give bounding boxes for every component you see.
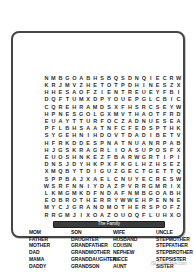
grid-cell-r10c12: T	[119, 140, 126, 147]
grid-cell-r9c16: I	[147, 133, 154, 140]
word-item-daughter: DAUGHTER	[71, 237, 113, 242]
grid-cell-r14c6: T	[78, 169, 85, 176]
grid-cell-r14c3: Q	[57, 169, 64, 176]
grid-cell-r10c6: D	[78, 140, 85, 147]
grid-cell-r19c8: N	[92, 205, 99, 212]
grid-cell-r15c16: C	[147, 176, 154, 183]
letter-grid: NMBGOABHSBQSDNQIECRWKRJMVZHETOTPDHINESZX…	[43, 75, 182, 219]
word-item-stepbrother: STEPBROTHER	[156, 250, 191, 255]
watermark-text: iSLCollective.com	[151, 262, 187, 267]
word-item-cousin: COUSIN	[113, 243, 156, 248]
grid-cell-r5c11: X	[112, 104, 119, 111]
grid-cell-r5c13: H	[126, 104, 133, 111]
grid-cell-r5c1: C	[43, 104, 50, 111]
grid-cell-r4c6: M	[78, 97, 85, 104]
grid-cell-r10c2: F	[50, 140, 57, 147]
grid-cell-r19c14: E	[133, 205, 140, 212]
grid-cell-r4c11: O	[112, 97, 119, 104]
grid-cell-r14c5: Y	[71, 169, 78, 176]
title-bar: The Family	[53, 221, 165, 228]
grid-cell-r9c14: A	[133, 133, 140, 140]
grid-cell-r15c19: S	[168, 176, 175, 183]
grid-cell-r10c4: K	[64, 140, 71, 147]
grid-cell-r15c4: B	[64, 176, 71, 183]
word-item-aunt: AUNT	[113, 264, 156, 269]
grid-cell-r4c17: C	[154, 97, 161, 104]
grid-cell-r15c8: A	[92, 176, 99, 183]
grid-cell-r19c1: M	[43, 205, 50, 212]
word-item-grandson: GRANDSON	[71, 264, 113, 269]
grid-cell-r10c17: R	[154, 140, 161, 147]
grid-cell-r9c13: D	[126, 133, 133, 140]
grid-cell-r4c7: X	[85, 97, 92, 104]
grid-cell-r9c5: H	[71, 133, 78, 140]
word-item-granddaughter: GRANDDAUGHTER	[71, 257, 113, 262]
grid-cell-r20c10: Z	[106, 212, 113, 219]
grid-cell-r20c17: U	[154, 212, 161, 219]
grid-cell-r15c11: C	[112, 176, 119, 183]
word-item-dad: DAD	[29, 250, 71, 255]
grid-cell-r9c1: S	[43, 133, 50, 140]
grid-cell-r5c7: A	[85, 104, 92, 111]
grid-cell-r10c8: S	[92, 140, 99, 147]
grid-cell-r19c15: R	[140, 205, 147, 212]
grid-cell-r10c5: D	[71, 140, 78, 147]
grid-cell-r20c20: O	[175, 212, 182, 219]
grid-cell-r20c12: U	[119, 212, 126, 219]
grid-cell-r19c4: J	[64, 205, 71, 212]
word-item-grandmother: GRANDMOTHER	[71, 250, 113, 255]
grid-cell-r9c11: V	[112, 133, 119, 140]
grid-cell-r5c17: S	[154, 104, 161, 111]
grid-cell-r14c2: M	[50, 169, 57, 176]
grid-cell-r15c2: P	[50, 176, 57, 183]
grid-cell-r10c9: P	[99, 140, 106, 147]
grid-cell-r5c14: S	[133, 104, 140, 111]
grid-cell-r20c18: H	[161, 212, 168, 219]
grid-cell-r14c7: D	[85, 169, 92, 176]
grid-cell-r5c12: F	[119, 104, 126, 111]
grid-cell-r10c11: A	[112, 140, 119, 147]
grid-cell-r15c3: P	[57, 176, 64, 183]
grid-cell-r20c6: I	[78, 212, 85, 219]
grid-cell-r9c6: N	[78, 133, 85, 140]
grid-cell-r4c10: Y	[106, 97, 113, 104]
grid-cell-r14c1: X	[43, 169, 50, 176]
grid-cell-r4c12: U	[119, 97, 126, 104]
word-item-uncle: UNCLE	[156, 230, 191, 235]
word-item-niece: NIECE	[113, 257, 156, 262]
grid-cell-r20c4: M	[64, 212, 71, 219]
grid-cell-r5c5: H	[71, 104, 78, 111]
puzzle-title: The Family	[98, 222, 120, 227]
grid-cell-r4c2: Q	[50, 97, 57, 104]
grid-cell-r10c14: U	[133, 140, 140, 147]
grid-cell-r9c3: G	[57, 133, 64, 140]
grid-cell-r4c1: D	[43, 97, 50, 104]
grid-cell-r20c3: G	[57, 212, 64, 219]
word-item-grandfather: GRANDFATHER	[71, 243, 113, 248]
grid-cell-r14c15: T	[140, 169, 147, 176]
grid-cell-r19c3: C	[57, 205, 64, 212]
grid-cell-r15c6: J	[78, 176, 85, 183]
word-item-mom: MOM	[29, 230, 71, 235]
grid-cell-r5c16: C	[147, 104, 154, 111]
grid-cell-r14c11: Z	[112, 169, 119, 176]
grid-cell-r19c2: Y	[50, 205, 57, 212]
grid-cell-r15c13: U	[126, 176, 133, 183]
grid-cell-r15c7: X	[85, 176, 92, 183]
grid-cell-r10c13: N	[126, 140, 133, 147]
grid-cell-r14c16: G	[147, 169, 154, 176]
grid-cell-r9c4: E	[64, 133, 71, 140]
grid-cell-r14c4: B	[64, 169, 71, 176]
grid-cell-r15c14: Y	[133, 176, 140, 183]
grid-cell-r19c10: M	[106, 205, 113, 212]
grid-cell-r20c5: J	[71, 212, 78, 219]
grid-cell-r4c16: L	[147, 97, 154, 104]
grid-cell-r14c9: G	[99, 169, 106, 176]
grid-cell-r15c15: E	[140, 176, 147, 183]
grid-cell-r20c16: L	[147, 212, 154, 219]
grid-cell-r15c17: R	[154, 176, 161, 183]
grid-cell-r19c17: P	[154, 205, 161, 212]
grid-cell-r19c20: Z	[175, 205, 182, 212]
grid-cell-r10c15: A	[140, 140, 147, 147]
grid-cell-r10c19: A	[168, 140, 175, 147]
grid-cell-r5c15: R	[140, 104, 147, 111]
grid-cell-r14c19: T	[168, 169, 175, 176]
grid-cell-r14c10: U	[106, 169, 113, 176]
grid-cell-r5c3: R	[57, 104, 64, 111]
grid-cell-r9c15: D	[140, 133, 147, 140]
grid-cell-r5c6: R	[78, 104, 85, 111]
grid-cell-r10c7: E	[85, 140, 92, 147]
grid-cell-r5c2: Q	[50, 104, 57, 111]
word-item-daddy: DADDY	[29, 264, 71, 269]
grid-cell-r4c9: P	[99, 97, 106, 104]
word-item-wife: WIFE	[113, 230, 156, 235]
grid-cell-r4c15: G	[140, 97, 147, 104]
worksheet-page: { "game": "word-search", "puzzle": { "ti…	[0, 0, 194, 274]
grid-cell-r14c8: I	[92, 169, 99, 176]
grid-cell-r20c2: R	[50, 212, 57, 219]
grid-cell-r20c9: A	[99, 212, 106, 219]
grid-cell-r4c13: E	[126, 97, 133, 104]
puzzle-box: NMBGOABHSBQSDNQIECRWKRJMVZHETOTPDHINESZX…	[11, 31, 185, 238]
grid-cell-r10c16: N	[147, 140, 154, 147]
grid-cell-r10c1: H	[43, 140, 50, 147]
grid-cell-r14c18: T	[161, 169, 168, 176]
grid-cell-r15c10: L	[106, 176, 113, 183]
word-item-nephew: NEPHEW	[113, 250, 156, 255]
grid-cell-r4c3: F	[57, 97, 64, 104]
grid-cell-r4c20: C	[175, 97, 182, 104]
grid-cell-r19c16: S	[147, 205, 154, 212]
grid-cell-r19c12: T	[119, 205, 126, 212]
grid-cell-r5c8: M	[92, 104, 99, 111]
grid-cell-r4c4: T	[64, 97, 71, 104]
grid-cell-r5c20: W	[175, 104, 182, 111]
grid-cell-r4c19: I	[168, 97, 175, 104]
grid-cell-r15c18: E	[161, 176, 168, 183]
grid-cell-r10c3: R	[57, 140, 64, 147]
grid-cell-r14c13: E	[126, 169, 133, 176]
grid-cell-r9c9: D	[99, 133, 106, 140]
grid-cell-r9c8: H	[92, 133, 99, 140]
grid-cell-r9c7: I	[85, 133, 92, 140]
word-item-mama: MAMA	[29, 257, 71, 262]
grid-cell-r10c18: P	[161, 140, 168, 147]
grid-cell-r5c9: D	[99, 104, 106, 111]
grid-cell-r4c14: P	[133, 97, 140, 104]
grid-cell-r20c14: Q	[133, 212, 140, 219]
grid-cell-r5c19: Y	[168, 104, 175, 111]
grid-cell-r20c13: O	[126, 212, 133, 219]
grid-cell-r14c17: E	[154, 169, 161, 176]
grid-cell-r20c1: R	[43, 212, 50, 219]
grid-cell-r19c9: D	[99, 205, 106, 212]
grid-cell-r9c12: T	[119, 133, 126, 140]
word-item-stepfather: STEPFATHER	[156, 243, 191, 248]
grid-cell-r14c14: C	[133, 169, 140, 176]
grid-cell-r9c17: B	[154, 133, 161, 140]
grid-cell-r20c8: O	[92, 212, 99, 219]
word-item-father: FATHER	[29, 237, 71, 242]
grid-cell-r19c18: O	[161, 205, 168, 212]
grid-cell-r19c7: A	[85, 205, 92, 212]
grid-cell-r15c1: S	[43, 176, 50, 183]
grid-cell-r10c10: N	[106, 140, 113, 147]
grid-cell-r20c7: X	[85, 212, 92, 219]
grid-cell-r15c12: N	[119, 176, 126, 183]
grid-cell-r4c8: D	[92, 97, 99, 104]
word-item-mother: MOTHER	[29, 243, 71, 248]
grid-cell-r20c19: X	[168, 212, 175, 219]
grid-cell-r9c20: V	[175, 133, 182, 140]
grid-cell-r19c6: R	[78, 205, 85, 212]
grid-cell-r20c15: F	[140, 212, 147, 219]
grid-cell-r5c4: E	[64, 104, 71, 111]
word-item-son: SON	[71, 230, 113, 235]
grid-cell-r9c18: E	[161, 133, 168, 140]
grid-cell-r9c2: Y	[50, 133, 57, 140]
grid-cell-r15c20: W	[175, 176, 182, 183]
word-item-stepmother: STEPMOTHER	[156, 237, 191, 242]
grid-cell-r14c20: Q	[175, 169, 182, 176]
grid-cell-r20c11: O	[112, 212, 119, 219]
grid-cell-r15c5: A	[71, 176, 78, 183]
grid-cell-r4c18: B	[161, 97, 168, 104]
grid-cell-r9c10: O	[106, 133, 113, 140]
grid-cell-r10c20: B	[175, 140, 182, 147]
grid-cell-r19c13: H	[126, 205, 133, 212]
grid-cell-r19c19: F	[168, 205, 175, 212]
word-item-husband: HUSBAND	[113, 237, 156, 242]
grid-cell-r19c5: G	[71, 205, 78, 212]
grid-cell-r5c18: E	[161, 104, 168, 111]
grid-cell-r4c5: U	[71, 97, 78, 104]
grid-cell-r15c9: E	[99, 176, 106, 183]
grid-cell-r14c12: G	[119, 169, 126, 176]
grid-cell-r5c10: S	[106, 104, 113, 111]
grid-cell-r19c11: O	[112, 205, 119, 212]
grid-cell-r9c19: T	[168, 133, 175, 140]
